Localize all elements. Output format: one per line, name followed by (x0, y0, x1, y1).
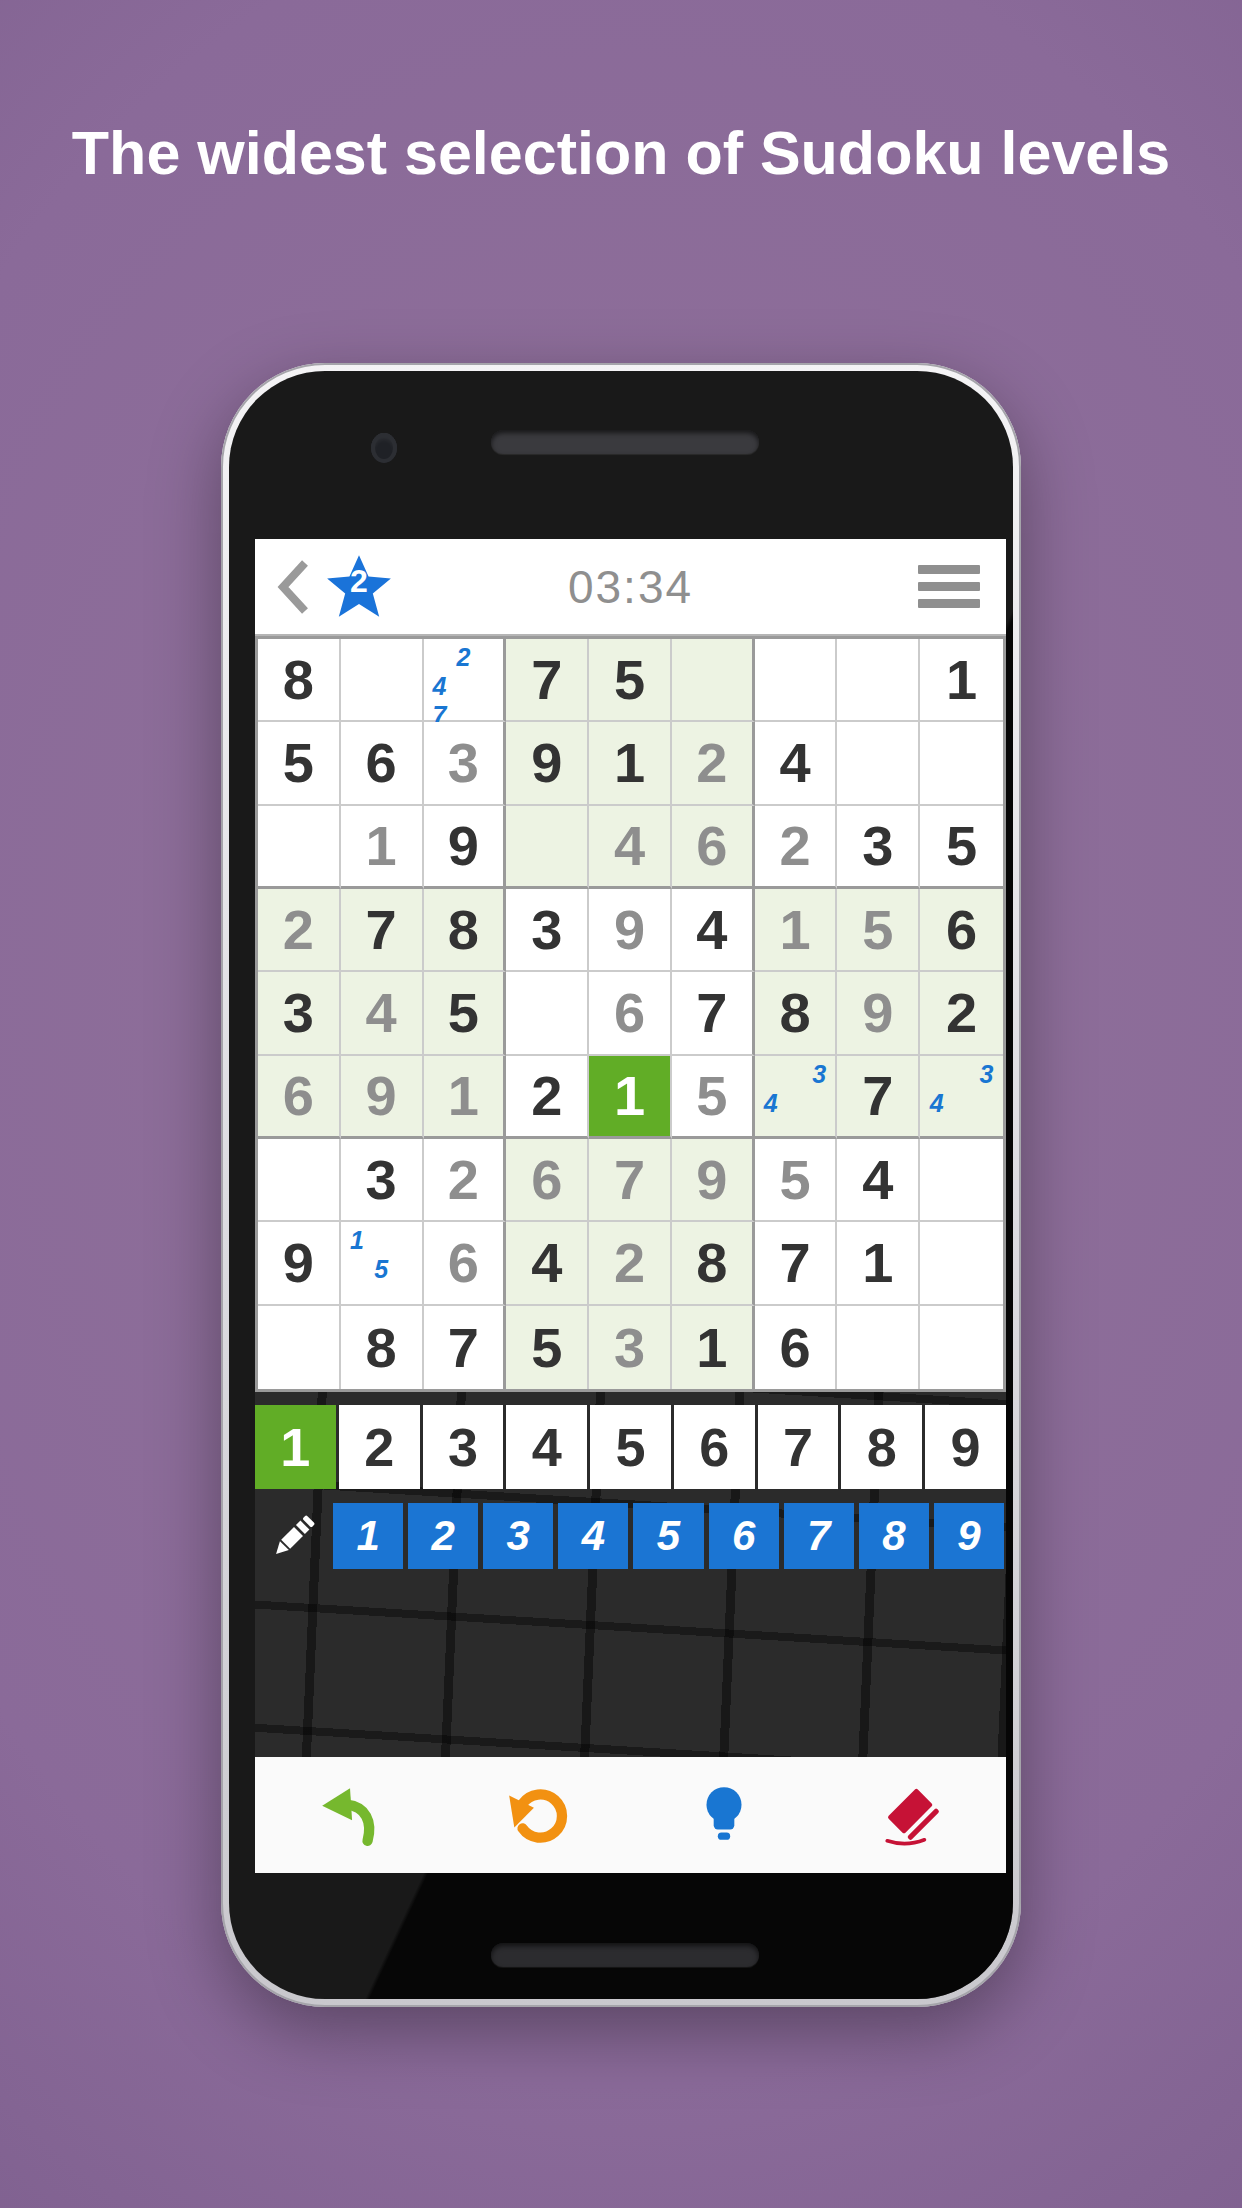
cell-r4c6[interactable]: 4 (672, 889, 755, 972)
pencil-key-6[interactable]: 6 (709, 1503, 779, 1569)
cell-r9c2[interactable]: 8 (341, 1306, 424, 1389)
sudoku-grid: 8247751563912419462352783941563456789269… (255, 636, 1006, 1392)
cell-r3c1[interactable] (258, 806, 341, 889)
cell-r4c3[interactable]: 8 (424, 889, 507, 972)
lightbulb-icon (691, 1782, 757, 1848)
cell-r7c9[interactable] (920, 1139, 1003, 1222)
cell-r9c8[interactable] (837, 1306, 920, 1389)
cell-r9c7[interactable]: 6 (755, 1306, 838, 1389)
numberpad-key-1[interactable]: 1 (255, 1405, 336, 1489)
cell-r5c4[interactable] (506, 972, 589, 1055)
page-title: The widest selection of Sudoku levels (0, 118, 1242, 188)
cell-r3c3[interactable]: 9 (424, 806, 507, 889)
cell-r9c4[interactable]: 5 (506, 1306, 589, 1389)
cell-r1c5[interactable]: 5 (589, 639, 672, 722)
restart-button[interactable] (501, 1779, 573, 1851)
cell-r5c6[interactable]: 7 (672, 972, 755, 1055)
cell-r4c9[interactable]: 6 (920, 889, 1003, 972)
cell-r2c3[interactable]: 3 (424, 722, 507, 805)
top-bar: 2 03:34 (255, 539, 1006, 636)
cell-r9c5[interactable]: 3 (589, 1306, 672, 1389)
cell-r8c7[interactable]: 7 (755, 1222, 838, 1305)
cell-r6c2[interactable]: 9 (341, 1056, 424, 1139)
pencil-key-1[interactable]: 1 (333, 1503, 403, 1569)
cell-r3c8[interactable]: 3 (837, 806, 920, 889)
pencil-marks: 247 (424, 639, 504, 720)
phone-frame: 2 03:34 82477515639124194623527839415634… (221, 363, 1021, 2007)
cell-r1c9[interactable]: 1 (920, 639, 1003, 722)
numberpad-key-7[interactable]: 7 (758, 1405, 839, 1489)
cell-r2c6[interactable]: 2 (672, 722, 755, 805)
cell-r5c1[interactable]: 3 (258, 972, 341, 1055)
cell-r5c3[interactable]: 5 (424, 972, 507, 1055)
cell-r9c3[interactable]: 7 (424, 1306, 507, 1389)
undo-button[interactable] (313, 1779, 385, 1851)
cell-r6c6[interactable]: 5 (672, 1056, 755, 1139)
cell-r3c2[interactable]: 1 (341, 806, 424, 889)
cell-r8c9[interactable] (920, 1222, 1003, 1305)
cell-r7c3[interactable]: 2 (424, 1139, 507, 1222)
cell-r6c7[interactable]: 34 (755, 1056, 838, 1139)
cell-r7c7[interactable]: 5 (755, 1139, 838, 1222)
cell-r7c1[interactable] (258, 1139, 341, 1222)
input-panel: 123456789 123456789 (255, 1392, 1006, 1757)
numberpad-key-5[interactable]: 5 (590, 1405, 671, 1489)
bottom-toolbar (255, 1757, 1006, 1873)
cell-r8c3[interactable]: 6 (424, 1222, 507, 1305)
cell-r9c9[interactable] (920, 1306, 1003, 1389)
cell-r1c6[interactable] (672, 639, 755, 722)
cell-r5c8[interactable]: 9 (837, 972, 920, 1055)
pencil-marks: 34 (920, 1056, 1003, 1136)
hint-button[interactable] (688, 1779, 760, 1851)
undo-arrow-icon (316, 1782, 382, 1848)
cell-r3c5[interactable]: 4 (589, 806, 672, 889)
cell-r5c7[interactable]: 8 (755, 972, 838, 1055)
cell-r7c8[interactable]: 4 (837, 1139, 920, 1222)
cell-r4c7[interactable]: 1 (755, 889, 838, 972)
cell-r7c4[interactable]: 6 (506, 1139, 589, 1222)
game-timer: 03:34 (255, 539, 1006, 634)
cell-r6c3[interactable]: 1 (424, 1056, 507, 1139)
eraser-icon (879, 1782, 945, 1848)
pencil-key-7[interactable]: 7 (784, 1503, 854, 1569)
cell-r7c5[interactable]: 7 (589, 1139, 672, 1222)
numberpad-key-3[interactable]: 3 (423, 1405, 504, 1489)
cell-r9c6[interactable]: 1 (672, 1306, 755, 1389)
pencil-key-2[interactable]: 2 (408, 1503, 478, 1569)
app-screen: 2 03:34 82477515639124194623527839415634… (255, 539, 1006, 1873)
cell-r1c8[interactable] (837, 639, 920, 722)
circular-arrow-icon (504, 1782, 570, 1848)
cell-r5c5[interactable]: 6 (589, 972, 672, 1055)
cell-r5c9[interactable]: 2 (920, 972, 1003, 1055)
cell-r8c1[interactable]: 9 (258, 1222, 341, 1305)
cell-r6c9[interactable]: 34 (920, 1056, 1003, 1139)
cell-r1c2[interactable] (341, 639, 424, 722)
cell-r1c4[interactable]: 7 (506, 639, 589, 722)
cell-r7c2[interactable]: 3 (341, 1139, 424, 1222)
cell-r9c1[interactable] (258, 1306, 341, 1389)
cell-r2c5[interactable]: 1 (589, 722, 672, 805)
cell-r3c9[interactable]: 5 (920, 806, 1003, 889)
numberpad-key-9[interactable]: 9 (925, 1405, 1006, 1489)
cell-r7c6[interactable]: 9 (672, 1139, 755, 1222)
pencil-keys: 123456789 (333, 1503, 1004, 1569)
pencil-bar: 123456789 (255, 1503, 1006, 1569)
front-camera (371, 433, 397, 463)
cell-r2c7[interactable]: 4 (755, 722, 838, 805)
cell-r8c2[interactable]: 15 (341, 1222, 424, 1305)
cell-r8c8[interactable]: 1 (837, 1222, 920, 1305)
pencil-key-4[interactable]: 4 (558, 1503, 628, 1569)
numberpad-key-4[interactable]: 4 (506, 1405, 587, 1489)
pencil-mode-button[interactable] (255, 1507, 333, 1565)
cell-r4c4[interactable]: 3 (506, 889, 589, 972)
cell-r6c8[interactable]: 7 (837, 1056, 920, 1139)
cell-r1c1[interactable]: 8 (258, 639, 341, 722)
cell-r2c4[interactable]: 9 (506, 722, 589, 805)
pencil-marks: 15 (341, 1222, 422, 1303)
bottom-speaker (491, 1943, 759, 1967)
cell-r3c4[interactable] (506, 806, 589, 889)
pencil-key-3[interactable]: 3 (483, 1503, 553, 1569)
cell-r4c8[interactable]: 5 (837, 889, 920, 972)
pencil-key-5[interactable]: 5 (633, 1503, 703, 1569)
cell-r8c4[interactable]: 4 (506, 1222, 589, 1305)
pencil-key-9[interactable]: 9 (934, 1503, 1004, 1569)
cell-r2c9[interactable] (920, 722, 1003, 805)
cell-r1c3[interactable]: 247 (424, 639, 507, 722)
cell-r8c6[interactable]: 8 (672, 1222, 755, 1305)
pencil-marks: 34 (755, 1056, 836, 1136)
cell-r4c2[interactable]: 7 (341, 889, 424, 972)
cell-r3c7[interactable]: 2 (755, 806, 838, 889)
cell-r5c2[interactable]: 4 (341, 972, 424, 1055)
cell-r4c1[interactable]: 2 (258, 889, 341, 972)
cell-r2c2[interactable]: 6 (341, 722, 424, 805)
cell-r4c5[interactable]: 9 (589, 889, 672, 972)
numberpad-key-2[interactable]: 2 (339, 1405, 420, 1489)
cell-r1c7[interactable] (755, 639, 838, 722)
pencil-icon (265, 1507, 323, 1565)
cell-r8c5[interactable]: 2 (589, 1222, 672, 1305)
number-pad: 123456789 (255, 1405, 1006, 1489)
erase-button[interactable] (876, 1779, 948, 1851)
numberpad-key-8[interactable]: 8 (841, 1405, 922, 1489)
pencil-key-8[interactable]: 8 (859, 1503, 929, 1569)
cell-r6c4[interactable]: 2 (506, 1056, 589, 1139)
numberpad-key-6[interactable]: 6 (674, 1405, 755, 1489)
phone-bezel: 2 03:34 82477515639124194623527839415634… (229, 371, 1013, 1999)
earpiece-speaker (491, 430, 759, 454)
cell-r2c8[interactable] (837, 722, 920, 805)
cell-r6c1[interactable]: 6 (258, 1056, 341, 1139)
cell-r2c1[interactable]: 5 (258, 722, 341, 805)
cell-r3c6[interactable]: 6 (672, 806, 755, 889)
cell-r6c5[interactable]: 1 (589, 1056, 672, 1139)
